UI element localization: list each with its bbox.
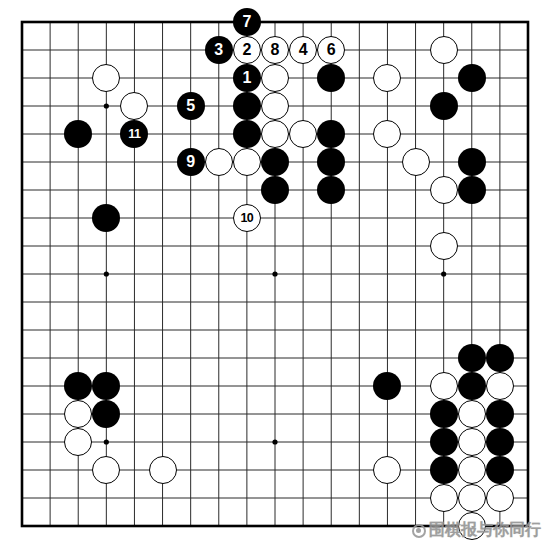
stone-black <box>486 456 514 484</box>
stone-black <box>458 344 486 372</box>
stone-white-move-8: 8 <box>261 36 289 64</box>
go-diagram-page: 1234567891011 围棋报与你同行 <box>0 0 550 550</box>
stone-black <box>458 64 486 92</box>
stone-black <box>486 344 514 372</box>
stone-black <box>430 456 458 484</box>
go-board: 1234567891011 <box>0 0 550 550</box>
stone-black <box>458 176 486 204</box>
watermark: 围棋报与你同行 <box>412 520 541 541</box>
stone-black <box>261 148 289 176</box>
stone-white <box>458 456 486 484</box>
stone-white <box>458 428 486 456</box>
stone-white <box>233 148 261 176</box>
stone-white <box>486 484 514 512</box>
stone-black <box>430 400 458 428</box>
stone-white <box>289 120 317 148</box>
stone-white <box>458 484 486 512</box>
stone-black-move-9: 9 <box>177 148 205 176</box>
stone-white <box>402 148 430 176</box>
stone-black <box>233 92 261 120</box>
stone-white <box>486 372 514 400</box>
stone-black <box>233 120 261 148</box>
stone-black <box>458 148 486 176</box>
stone-white <box>430 232 458 260</box>
stone-white-move-10: 10 <box>233 204 261 232</box>
stone-white <box>430 372 458 400</box>
stone-white <box>149 456 177 484</box>
stone-white <box>430 484 458 512</box>
stone-white <box>261 92 289 120</box>
stone-black <box>430 92 458 120</box>
stone-white-move-4: 4 <box>289 36 317 64</box>
stone-white <box>430 36 458 64</box>
stone-black-move-3: 3 <box>205 36 233 64</box>
stone-black <box>486 400 514 428</box>
stone-white <box>261 120 289 148</box>
stone-black <box>486 428 514 456</box>
stone-white-move-2: 2 <box>233 36 261 64</box>
watermark-text: 围棋报与你同行 <box>429 520 541 541</box>
stone-white <box>261 64 289 92</box>
stone-black-move-1: 1 <box>233 64 261 92</box>
stone-black <box>458 372 486 400</box>
stone-white <box>458 400 486 428</box>
stone-white <box>430 176 458 204</box>
stone-white <box>205 148 233 176</box>
watermark-logo-icon <box>412 524 426 538</box>
stone-black <box>430 428 458 456</box>
stone-black <box>261 176 289 204</box>
stone-black-move-5: 5 <box>177 92 205 120</box>
stone-black-move-7: 7 <box>233 8 261 36</box>
